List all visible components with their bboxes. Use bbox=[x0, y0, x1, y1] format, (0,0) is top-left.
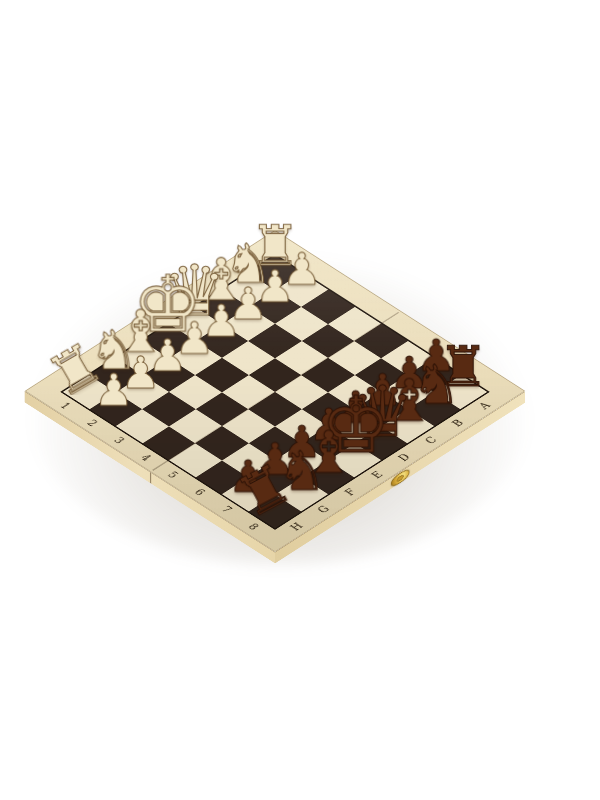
fold-seam-step bbox=[150, 472, 151, 484]
white-pawn[interactable]: ♟ bbox=[94, 368, 133, 412]
product-photo: 12345678ABCDEFGH ♜♞♝♛♚♝♞♜♟♟♟♟♟♟♟♟♟♟♟♟♟♟♟… bbox=[0, 0, 600, 800]
